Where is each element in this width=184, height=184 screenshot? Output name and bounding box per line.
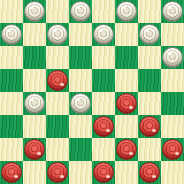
square-a1[interactable] xyxy=(0,161,23,184)
checkers-board xyxy=(0,0,184,184)
square-g2 xyxy=(138,138,161,161)
square-h8[interactable] xyxy=(161,0,184,23)
square-h6[interactable] xyxy=(161,46,184,69)
square-h4[interactable] xyxy=(161,92,184,115)
red-piece-sq14[interactable] xyxy=(47,70,68,91)
red-piece-sq27[interactable] xyxy=(116,139,137,160)
square-e1[interactable] xyxy=(92,161,115,184)
red-piece-sq32[interactable] xyxy=(139,162,160,183)
square-f7 xyxy=(115,23,138,46)
square-a7[interactable] xyxy=(0,23,23,46)
square-a6 xyxy=(0,46,23,69)
square-a2 xyxy=(0,138,23,161)
square-c1[interactable] xyxy=(46,161,69,184)
square-h7 xyxy=(161,23,184,46)
square-d1 xyxy=(69,161,92,184)
square-f2[interactable] xyxy=(115,138,138,161)
square-c7[interactable] xyxy=(46,23,69,46)
square-e8 xyxy=(92,0,115,23)
square-f8[interactable] xyxy=(115,0,138,23)
square-d3 xyxy=(69,115,92,138)
square-d8[interactable] xyxy=(69,0,92,23)
square-c3[interactable] xyxy=(46,115,69,138)
red-piece-sq19[interactable] xyxy=(116,93,137,114)
square-c2 xyxy=(46,138,69,161)
square-g6 xyxy=(138,46,161,69)
red-piece-sq29[interactable] xyxy=(1,162,22,183)
square-d6[interactable] xyxy=(69,46,92,69)
square-h2[interactable] xyxy=(161,138,184,161)
square-g3[interactable] xyxy=(138,115,161,138)
square-e4 xyxy=(92,92,115,115)
square-c8 xyxy=(46,0,69,23)
square-g8 xyxy=(138,0,161,23)
square-h1 xyxy=(161,161,184,184)
square-b5 xyxy=(23,69,46,92)
square-g1[interactable] xyxy=(138,161,161,184)
square-f5 xyxy=(115,69,138,92)
square-h5 xyxy=(161,69,184,92)
white-piece-sq1[interactable] xyxy=(24,1,45,22)
square-f6[interactable] xyxy=(115,46,138,69)
square-g7[interactable] xyxy=(138,23,161,46)
square-a3[interactable] xyxy=(0,115,23,138)
square-e3[interactable] xyxy=(92,115,115,138)
square-c6 xyxy=(46,46,69,69)
square-f1 xyxy=(115,161,138,184)
square-a4 xyxy=(0,92,23,115)
white-piece-sq6[interactable] xyxy=(47,24,68,45)
square-b3 xyxy=(23,115,46,138)
white-piece-sq12[interactable] xyxy=(162,47,183,68)
red-piece-sq24[interactable] xyxy=(139,116,160,137)
red-piece-sq28[interactable] xyxy=(162,139,183,160)
square-e2 xyxy=(92,138,115,161)
square-g5[interactable] xyxy=(138,69,161,92)
square-b8[interactable] xyxy=(23,0,46,23)
square-b7 xyxy=(23,23,46,46)
square-e5[interactable] xyxy=(92,69,115,92)
red-piece-sq25[interactable] xyxy=(24,139,45,160)
square-e6 xyxy=(92,46,115,69)
square-e7[interactable] xyxy=(92,23,115,46)
white-piece-sq18[interactable] xyxy=(70,93,91,114)
white-piece-sq3[interactable] xyxy=(116,1,137,22)
square-h3 xyxy=(161,115,184,138)
white-piece-sq8[interactable] xyxy=(139,24,160,45)
square-d4[interactable] xyxy=(69,92,92,115)
red-piece-sq31[interactable] xyxy=(93,162,114,183)
red-piece-sq30[interactable] xyxy=(47,162,68,183)
square-g4 xyxy=(138,92,161,115)
square-f4[interactable] xyxy=(115,92,138,115)
square-b6[interactable] xyxy=(23,46,46,69)
red-piece-sq23[interactable] xyxy=(93,116,114,137)
square-b4[interactable] xyxy=(23,92,46,115)
white-piece-sq7[interactable] xyxy=(93,24,114,45)
square-d5 xyxy=(69,69,92,92)
white-piece-sq5[interactable] xyxy=(1,24,22,45)
square-b2[interactable] xyxy=(23,138,46,161)
square-d7 xyxy=(69,23,92,46)
white-piece-sq4[interactable] xyxy=(162,1,183,22)
square-b1 xyxy=(23,161,46,184)
square-c4 xyxy=(46,92,69,115)
square-f3 xyxy=(115,115,138,138)
white-piece-sq2[interactable] xyxy=(70,1,91,22)
white-piece-sq17[interactable] xyxy=(24,93,45,114)
square-a5[interactable] xyxy=(0,69,23,92)
square-a8 xyxy=(0,0,23,23)
square-d2[interactable] xyxy=(69,138,92,161)
square-c5[interactable] xyxy=(46,69,69,92)
